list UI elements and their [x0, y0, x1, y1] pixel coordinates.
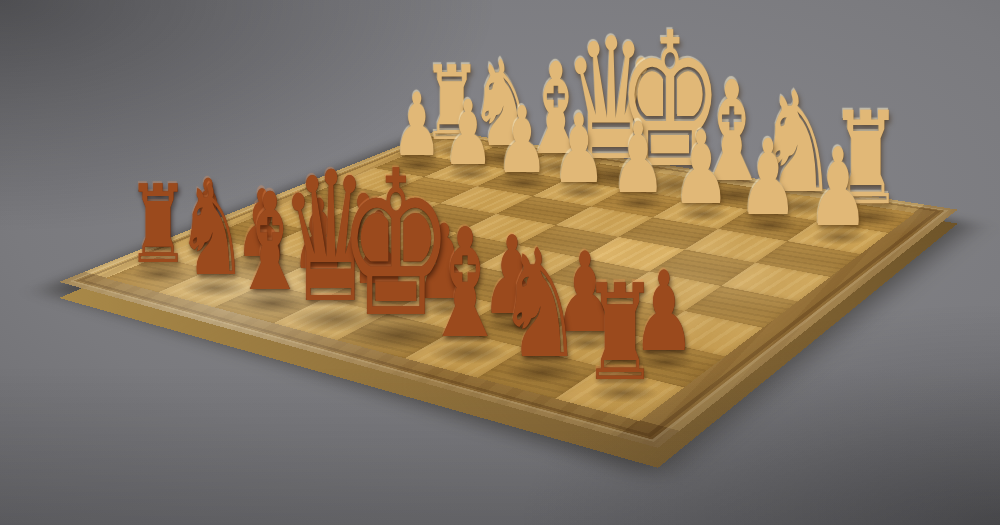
piece-dark-rook-h1: ♜ — [569, 288, 671, 396]
pawn-glyph: ♟ — [551, 104, 605, 194]
pawn-glyph: ♟ — [672, 120, 730, 216]
pawn-glyph: ♟ — [738, 128, 798, 227]
pieces-layer: ♜♞♝♛♚♝♞♜♟♟♟♟♟♟♟♟♟♟♟♟♟♟♟♟♜♞♝♛♚♝♞♜ — [0, 0, 1000, 525]
pawn-glyph: ♟ — [610, 113, 666, 206]
pawn-glyph: ♟ — [807, 137, 869, 239]
photo-scene: ♜♞♝♛♚♝♞♜♟♟♟♟♟♟♟♟♟♟♟♟♟♟♟♟♜♞♝♛♚♝♞♜ — [0, 0, 1000, 525]
piece-light-pawn-h7: ♟ — [796, 151, 879, 239]
pawn-glyph: ♟ — [496, 98, 548, 185]
rook-glyph: ♜ — [582, 271, 658, 397]
